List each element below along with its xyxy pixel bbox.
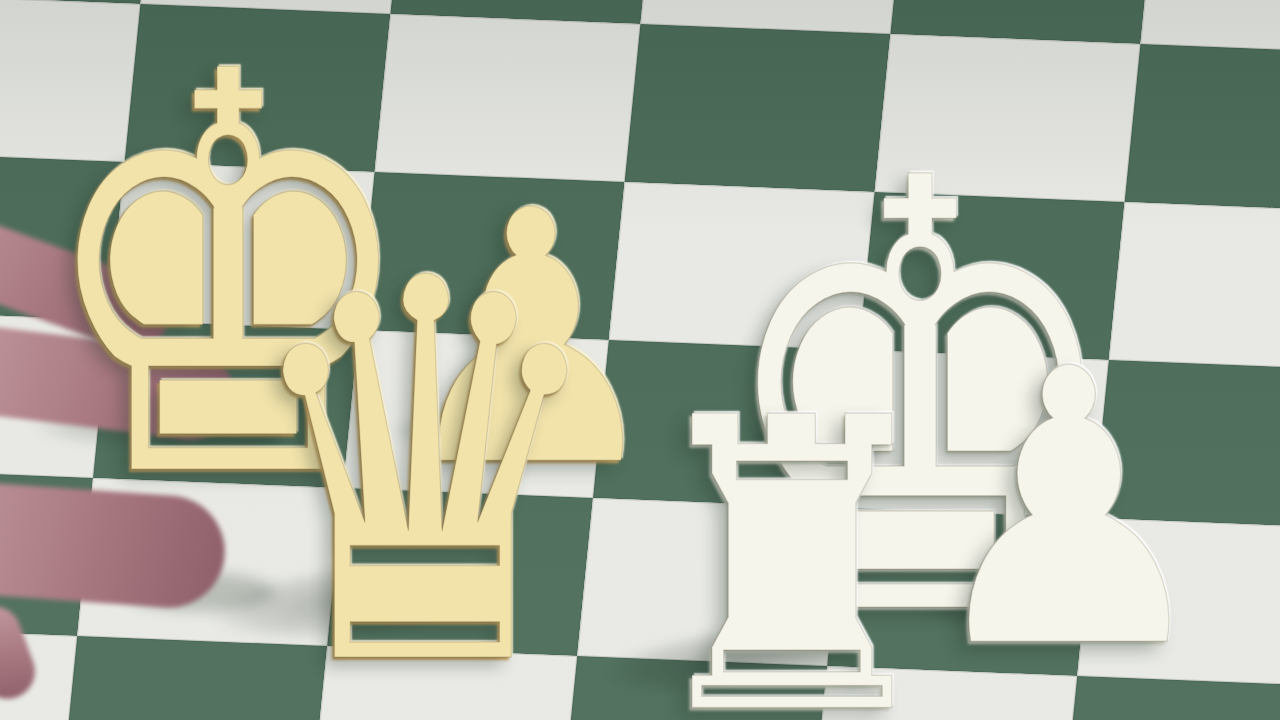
square-e5 bbox=[859, 192, 1125, 360]
square-a4 bbox=[0, 310, 109, 478]
square-a2 bbox=[0, 626, 77, 720]
square-e4 bbox=[843, 350, 1109, 518]
chessboard bbox=[0, 0, 1280, 720]
square-f4 bbox=[1093, 360, 1280, 528]
square-c5 bbox=[359, 172, 625, 340]
square-d2 bbox=[561, 656, 827, 720]
square-b6 bbox=[125, 4, 391, 172]
square-e6 bbox=[875, 34, 1141, 202]
square-c4 bbox=[343, 330, 609, 498]
square-e3 bbox=[827, 508, 1093, 676]
square-e2 bbox=[811, 666, 1077, 720]
square-f2 bbox=[1061, 676, 1280, 720]
square-b4 bbox=[93, 320, 359, 488]
square-f6 bbox=[1125, 44, 1280, 212]
square-c2 bbox=[311, 646, 577, 720]
square-b3 bbox=[77, 478, 343, 646]
square-a5 bbox=[0, 152, 125, 320]
square-b5 bbox=[109, 162, 375, 330]
square-d3 bbox=[577, 498, 843, 666]
square-d4 bbox=[593, 340, 859, 508]
photo-scene: ♚♟♚♟♛♜ bbox=[0, 0, 1280, 720]
square-c3 bbox=[327, 488, 593, 656]
square-f3 bbox=[1077, 518, 1280, 686]
square-f5 bbox=[1109, 202, 1280, 370]
square-b2 bbox=[61, 636, 327, 720]
square-d5 bbox=[609, 182, 875, 350]
square-d6 bbox=[625, 24, 891, 192]
square-c6 bbox=[375, 14, 641, 182]
square-a6 bbox=[0, 0, 140, 162]
